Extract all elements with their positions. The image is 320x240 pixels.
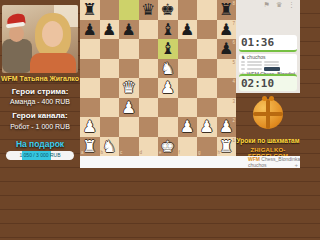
players-bottom-bar: WFM Chess_Blondinka + chuchos + <box>80 156 300 168</box>
square-g2[interactable]: ♟ <box>197 117 217 137</box>
square-h7[interactable]: ♟7 <box>217 20 237 40</box>
panel-menu-icons[interactable]: ⚑ ♛ ⋮ <box>264 1 297 9</box>
man-figure <box>2 39 32 73</box>
black-pawn: ♟ <box>178 20 198 40</box>
square-h8[interactable]: ♜8 <box>217 0 237 20</box>
file-label: e <box>159 150 162 155</box>
black-queen: ♛ <box>139 0 159 20</box>
square-d3[interactable] <box>139 98 159 118</box>
black-clock: 01:36 <box>239 35 297 52</box>
square-f3[interactable] <box>178 98 198 118</box>
square-f5[interactable] <box>178 59 198 79</box>
donation-progress-bar: 1 050 / 3 000 RUB <box>6 151 74 160</box>
white-clock: 02:10 <box>239 74 297 91</box>
chess-board[interactable]: ♜♛♚♜8♟♟♟♝♟♟7♝♟6♞5♛♟4♟3♟♟♟♟2♜a♞bcd♚efg♜1h <box>80 0 236 156</box>
square-f1[interactable]: f <box>178 137 198 157</box>
square-d5[interactable] <box>139 59 159 79</box>
square-f4[interactable] <box>178 78 198 98</box>
square-e8[interactable]: ♚ <box>158 0 178 20</box>
square-h2[interactable]: ♟2 <box>217 117 237 137</box>
current-move-highlight <box>264 67 280 71</box>
white-pawn: ♟ <box>158 78 178 98</box>
square-a2[interactable]: ♟ <box>80 117 100 137</box>
square-b6[interactable] <box>100 39 120 59</box>
rank-label: 8 <box>232 1 235 6</box>
square-b1[interactable]: ♞b <box>100 137 120 157</box>
square-a1[interactable]: ♜a <box>80 137 100 157</box>
stream-screen: { "game": "chess", "position": { "fen": … <box>0 0 300 168</box>
square-g8[interactable] <box>197 0 217 20</box>
square-c2[interactable] <box>119 117 139 137</box>
game-side-panel: ⚑ ♛ ⋮ 01:36 ♞ chuchos ♘ WFM Chess_Blondi… <box>236 0 300 168</box>
white-pawn: ♟ <box>178 117 198 137</box>
square-f2[interactable]: ♟ <box>178 117 198 137</box>
square-e7[interactable]: ♝ <box>158 20 178 40</box>
file-label: a <box>81 150 84 155</box>
square-d8[interactable]: ♛ <box>139 0 159 20</box>
square-d7[interactable] <box>139 20 159 40</box>
square-b7[interactable]: ♟ <box>100 20 120 40</box>
square-b2[interactable] <box>100 117 120 137</box>
woman-figure <box>30 53 76 73</box>
white-pawn: ♟ <box>80 117 100 137</box>
rank-label: 5 <box>232 60 235 65</box>
square-a6[interactable] <box>80 39 100 59</box>
black-pawn: ♟ <box>80 20 100 40</box>
file-label: h <box>218 150 221 155</box>
square-c6[interactable] <box>119 39 139 59</box>
square-a7[interactable]: ♟ <box>80 20 100 40</box>
square-g5[interactable] <box>197 59 217 79</box>
gift-icon[interactable] <box>253 99 283 129</box>
square-d6[interactable] <box>139 39 159 59</box>
gift-bow <box>262 96 267 101</box>
bottom-bar-black-player: chuchos + <box>248 162 298 168</box>
woman-face <box>42 21 63 47</box>
square-c4[interactable]: ♛ <box>119 78 139 98</box>
square-c3[interactable]: ♟ <box>119 98 139 118</box>
file-label: g <box>198 150 201 155</box>
square-f7[interactable]: ♟ <box>178 20 198 40</box>
square-g4[interactable] <box>197 78 217 98</box>
black-king: ♚ <box>158 0 178 20</box>
square-e6[interactable]: ♝ <box>158 39 178 59</box>
channel-heroes-title: Герои канала: <box>0 111 80 120</box>
black-rook: ♜ <box>80 0 100 20</box>
black-player-handle: chuchos <box>248 162 267 168</box>
square-c7[interactable]: ♟ <box>119 20 139 40</box>
black-pawn: ♟ <box>100 20 120 40</box>
square-e5[interactable]: ♞ <box>158 59 178 79</box>
white-queen: ♛ <box>119 78 139 98</box>
file-label: d <box>140 150 143 155</box>
promo-text: Уроки по шахматам <box>236 137 300 144</box>
square-e3[interactable] <box>158 98 178 118</box>
black-bishop: ♝ <box>158 20 178 40</box>
channel-hero-entry: Робот - 1 000 RUB <box>0 123 80 130</box>
square-c1[interactable]: c <box>119 137 139 157</box>
file-label: c <box>120 150 122 155</box>
square-e4[interactable]: ♟ <box>158 78 178 98</box>
square-a3[interactable] <box>80 98 100 118</box>
rank-label: 4 <box>232 79 235 84</box>
stream-hero-entry: Аманда - 400 RUB <box>0 98 80 105</box>
black-player-name: ♞ chuchos <box>241 55 295 60</box>
square-a5[interactable] <box>80 59 100 79</box>
file-label: b <box>101 150 104 155</box>
square-e1[interactable]: ♚e <box>158 137 178 157</box>
square-f6[interactable] <box>178 39 198 59</box>
square-c8[interactable] <box>119 0 139 20</box>
square-g7[interactable] <box>197 20 217 40</box>
white-pawn: ♟ <box>119 98 139 118</box>
webcam-video <box>2 5 78 73</box>
square-h3[interactable]: 3 <box>217 98 237 118</box>
square-g1[interactable]: g <box>197 137 217 157</box>
square-g6[interactable] <box>197 39 217 59</box>
square-h1[interactable]: ♜1h <box>217 137 237 157</box>
square-b5[interactable] <box>100 59 120 79</box>
square-c5[interactable] <box>119 59 139 79</box>
square-b4[interactable] <box>100 78 120 98</box>
square-g3[interactable] <box>197 98 217 118</box>
black-pawn: ♟ <box>119 20 139 40</box>
square-h5[interactable]: 5 <box>217 59 237 79</box>
rank-label: 1 <box>232 138 235 143</box>
file-label: f <box>179 150 180 155</box>
rank-label: 3 <box>232 99 235 104</box>
square-h6[interactable]: ♟6 <box>217 39 237 59</box>
square-d2[interactable] <box>139 117 159 137</box>
black-bishop: ♝ <box>158 39 178 59</box>
rank-label: 7 <box>232 21 235 26</box>
square-b8[interactable] <box>100 0 120 20</box>
square-a4[interactable] <box>80 78 100 98</box>
move-list-rows <box>241 61 295 71</box>
square-b3[interactable] <box>100 98 120 118</box>
rank-label: 2 <box>232 118 235 123</box>
square-d4[interactable] <box>139 78 159 98</box>
white-knight: ♞ <box>158 59 178 79</box>
rank-label: 6 <box>232 40 235 45</box>
stream-heroes-title: Герои стрима: <box>0 87 80 96</box>
square-h4[interactable]: 4 <box>217 78 237 98</box>
square-f8[interactable] <box>178 0 198 20</box>
gift-goal-label: На подарок <box>0 139 80 149</box>
square-e2[interactable] <box>158 117 178 137</box>
square-d1[interactable]: d <box>139 137 159 157</box>
donation-progress-text: 1 050 / 3 000 RUB <box>6 152 74 158</box>
add-player-icon[interactable]: + <box>294 162 298 168</box>
move-list-card[interactable]: ♞ chuchos ♘ WFM Chess_Blondinka <box>239 54 297 73</box>
streamer-name: WFM Татьяна Жигалко <box>0 75 80 82</box>
square-a8[interactable]: ♜ <box>80 0 100 20</box>
white-pawn: ♟ <box>197 117 217 137</box>
